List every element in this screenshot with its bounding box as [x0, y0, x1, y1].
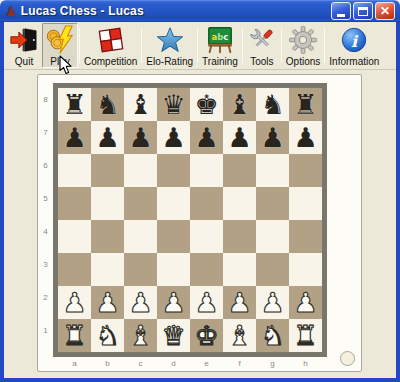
square-e8[interactable]: ♚: [190, 88, 223, 121]
square-h7[interactable]: ♟: [289, 121, 322, 154]
square-d6[interactable]: [157, 154, 190, 187]
square-d7[interactable]: ♟: [157, 121, 190, 154]
toolbar-separator: [141, 28, 142, 63]
black-bishop-piece[interactable]: ♝: [128, 91, 152, 118]
white-to-move-indicator: [340, 351, 355, 366]
toolbar-separator: [281, 28, 282, 63]
black-pawn-piece[interactable]: ♟: [95, 124, 119, 151]
square-f8[interactable]: ♝: [223, 88, 256, 121]
title-bar[interactable]: ♟ Lucas Chess - Lucas ✕: [0, 0, 400, 22]
options-label: Options: [286, 56, 320, 67]
training-button[interactable]: abc Training: [199, 23, 241, 68]
rank-labels: 87654321: [39, 83, 52, 347]
file-label-f: f: [223, 359, 256, 368]
quit-door-icon: [9, 25, 39, 55]
white-knight-piece[interactable]: ♞: [95, 322, 119, 349]
square-g7[interactable]: ♟: [256, 121, 289, 154]
close-icon: ✕: [380, 5, 390, 17]
elo-rating-label: Elo-Rating: [146, 56, 193, 67]
information-label: Information: [329, 56, 379, 67]
white-pawn-piece[interactable]: ♟: [293, 289, 317, 316]
black-king-piece[interactable]: ♚: [194, 91, 218, 118]
square-h4[interactable]: [289, 220, 322, 253]
play-coins-lightning-icon: [45, 25, 75, 55]
information-button[interactable]: i Information: [326, 23, 382, 68]
square-b1[interactable]: ♞: [91, 319, 124, 352]
app-window: ♟ Lucas Chess - Lucas ✕ Quit: [0, 0, 400, 382]
square-d8[interactable]: ♛: [157, 88, 190, 121]
maximize-icon: [358, 7, 368, 16]
black-knight-piece[interactable]: ♞: [95, 91, 119, 118]
window-title: Lucas Chess - Lucas: [21, 4, 144, 18]
minimize-icon: [337, 14, 345, 17]
square-g2[interactable]: ♟: [256, 286, 289, 319]
square-g1[interactable]: ♞: [256, 319, 289, 352]
square-g4[interactable]: [256, 220, 289, 253]
options-button[interactable]: Options: [283, 23, 323, 68]
square-b4[interactable]: [91, 220, 124, 253]
square-f5[interactable]: [223, 187, 256, 220]
square-f2[interactable]: ♟: [223, 286, 256, 319]
white-rook-piece[interactable]: ♜: [62, 322, 86, 349]
black-pawn-piece[interactable]: ♟: [161, 124, 185, 151]
square-b3[interactable]: [91, 253, 124, 286]
gear-icon: [288, 25, 318, 55]
quit-button[interactable]: Quit: [6, 23, 42, 68]
client-area: 87654321 ♜♞♝♛♚♝♞♜♟♟♟♟♟♟♟♟♟♟♟♟♟♟♟♟♜♞♝♛♚♝♞…: [4, 70, 396, 377]
file-labels: abcdefgh: [58, 359, 322, 368]
square-f3[interactable]: [223, 253, 256, 286]
rank-label-5: 5: [39, 182, 52, 215]
rank-label-4: 4: [39, 215, 52, 248]
chalkboard-icon: abc: [205, 25, 235, 55]
square-a4[interactable]: [58, 220, 91, 253]
file-label-a: a: [58, 359, 91, 368]
tools-label: Tools: [250, 56, 273, 67]
rank-label-3: 3: [39, 248, 52, 281]
square-c3[interactable]: [124, 253, 157, 286]
info-icon: i: [339, 25, 369, 55]
black-pawn-piece[interactable]: ♟: [128, 124, 152, 151]
square-g8[interactable]: ♞: [256, 88, 289, 121]
square-b2[interactable]: ♟: [91, 286, 124, 319]
close-button[interactable]: ✕: [375, 2, 395, 20]
toolbar-separator: [197, 28, 198, 63]
black-rook-piece[interactable]: ♜: [293, 91, 317, 118]
rank-label-8: 8: [39, 83, 52, 116]
square-c7[interactable]: ♟: [124, 121, 157, 154]
square-d1[interactable]: ♛: [157, 319, 190, 352]
square-c4[interactable]: [124, 220, 157, 253]
white-rook-piece[interactable]: ♜: [293, 322, 317, 349]
minimize-button[interactable]: [331, 2, 351, 20]
square-d3[interactable]: [157, 253, 190, 286]
quit-label: Quit: [15, 56, 33, 67]
white-bishop-piece[interactable]: ♝: [128, 322, 152, 349]
square-e3[interactable]: [190, 253, 223, 286]
black-pawn-piece[interactable]: ♟: [62, 124, 86, 151]
black-pawn-piece[interactable]: ♟: [293, 124, 317, 151]
square-b5[interactable]: [91, 187, 124, 220]
square-h1[interactable]: ♜: [289, 319, 322, 352]
square-h6[interactable]: [289, 154, 322, 187]
white-pawn-piece[interactable]: ♟: [95, 289, 119, 316]
square-b8[interactable]: ♞: [91, 88, 124, 121]
toolbar-separator: [79, 28, 80, 63]
wrench-screwdriver-icon: [247, 25, 277, 55]
rank-label-1: 1: [39, 314, 52, 347]
white-pawn-piece[interactable]: ♟: [62, 289, 86, 316]
file-label-b: b: [91, 359, 124, 368]
square-e6[interactable]: [190, 154, 223, 187]
window-body: Quit Play: [0, 22, 400, 382]
white-pawn-piece[interactable]: ♟: [161, 289, 185, 316]
board-panel: 87654321 ♜♞♝♛♚♝♞♜♟♟♟♟♟♟♟♟♟♟♟♟♟♟♟♟♜♞♝♛♚♝♞…: [37, 74, 362, 372]
window-controls: ✕: [331, 2, 395, 20]
checkered-flag-icon: [96, 25, 126, 55]
square-e5[interactable]: [190, 187, 223, 220]
maximize-button[interactable]: [353, 2, 373, 20]
square-a5[interactable]: [58, 187, 91, 220]
square-c5[interactable]: [124, 187, 157, 220]
toolbar-separator: [324, 28, 325, 63]
mouse-cursor: [59, 55, 73, 75]
black-pawn-piece[interactable]: ♟: [194, 124, 218, 151]
square-c1[interactable]: ♝: [124, 319, 157, 352]
chess-board: ♜♞♝♛♚♝♞♜♟♟♟♟♟♟♟♟♟♟♟♟♟♟♟♟♜♞♝♛♚♝♞♜: [53, 83, 327, 357]
svg-text:abc: abc: [212, 31, 229, 41]
white-king-piece[interactable]: ♚: [194, 322, 218, 349]
white-knight-piece[interactable]: ♞: [260, 322, 284, 349]
square-f4[interactable]: [223, 220, 256, 253]
competition-button[interactable]: Competition: [81, 23, 140, 68]
square-f6[interactable]: [223, 154, 256, 187]
square-d4[interactable]: [157, 220, 190, 253]
square-g6[interactable]: [256, 154, 289, 187]
square-e7[interactable]: ♟: [190, 121, 223, 154]
square-b6[interactable]: [91, 154, 124, 187]
app-pawn-icon: ♟: [5, 5, 17, 18]
black-rook-piece[interactable]: ♜: [62, 91, 86, 118]
square-a1[interactable]: ♜: [58, 319, 91, 352]
square-h5[interactable]: [289, 187, 322, 220]
square-c8[interactable]: ♝: [124, 88, 157, 121]
tools-button[interactable]: Tools: [244, 23, 280, 68]
square-a7[interactable]: ♟: [58, 121, 91, 154]
square-h3[interactable]: [289, 253, 322, 286]
black-bishop-piece[interactable]: ♝: [227, 91, 251, 118]
file-label-g: g: [256, 359, 289, 368]
rank-label-6: 6: [39, 149, 52, 182]
black-queen-piece[interactable]: ♛: [161, 91, 185, 118]
square-g3[interactable]: [256, 253, 289, 286]
square-h8[interactable]: ♜: [289, 88, 322, 121]
file-label-d: d: [157, 359, 190, 368]
rank-label-7: 7: [39, 116, 52, 149]
square-a8[interactable]: ♜: [58, 88, 91, 121]
blue-star-icon: [155, 25, 185, 55]
square-e4[interactable]: [190, 220, 223, 253]
square-f1[interactable]: ♝: [223, 319, 256, 352]
white-pawn-piece[interactable]: ♟: [260, 289, 284, 316]
square-d5[interactable]: [157, 187, 190, 220]
square-d2[interactable]: ♟: [157, 286, 190, 319]
square-b7[interactable]: ♟: [91, 121, 124, 154]
competition-label: Competition: [84, 56, 137, 67]
square-a2[interactable]: ♟: [58, 286, 91, 319]
square-h2[interactable]: ♟: [289, 286, 322, 319]
file-label-c: c: [124, 359, 157, 368]
black-pawn-piece[interactable]: ♟: [260, 124, 284, 151]
white-bishop-piece[interactable]: ♝: [227, 322, 251, 349]
elo-rating-button[interactable]: Elo-Rating: [143, 23, 196, 68]
white-queen-piece[interactable]: ♛: [161, 322, 185, 349]
white-pawn-piece[interactable]: ♟: [128, 289, 152, 316]
rank-label-2: 2: [39, 281, 52, 314]
black-knight-piece[interactable]: ♞: [260, 91, 284, 118]
square-e2[interactable]: ♟: [190, 286, 223, 319]
toolbar-separator: [242, 28, 243, 63]
black-pawn-piece[interactable]: ♟: [227, 124, 251, 151]
training-label: Training: [202, 56, 238, 67]
square-c2[interactable]: ♟: [124, 286, 157, 319]
square-a3[interactable]: [58, 253, 91, 286]
white-pawn-piece[interactable]: ♟: [227, 289, 251, 316]
white-pawn-piece[interactable]: ♟: [194, 289, 218, 316]
file-label-h: h: [289, 359, 322, 368]
square-g5[interactable]: [256, 187, 289, 220]
square-f7[interactable]: ♟: [223, 121, 256, 154]
square-a6[interactable]: [58, 154, 91, 187]
file-label-e: e: [190, 359, 223, 368]
square-e1[interactable]: ♚: [190, 319, 223, 352]
square-c6[interactable]: [124, 154, 157, 187]
